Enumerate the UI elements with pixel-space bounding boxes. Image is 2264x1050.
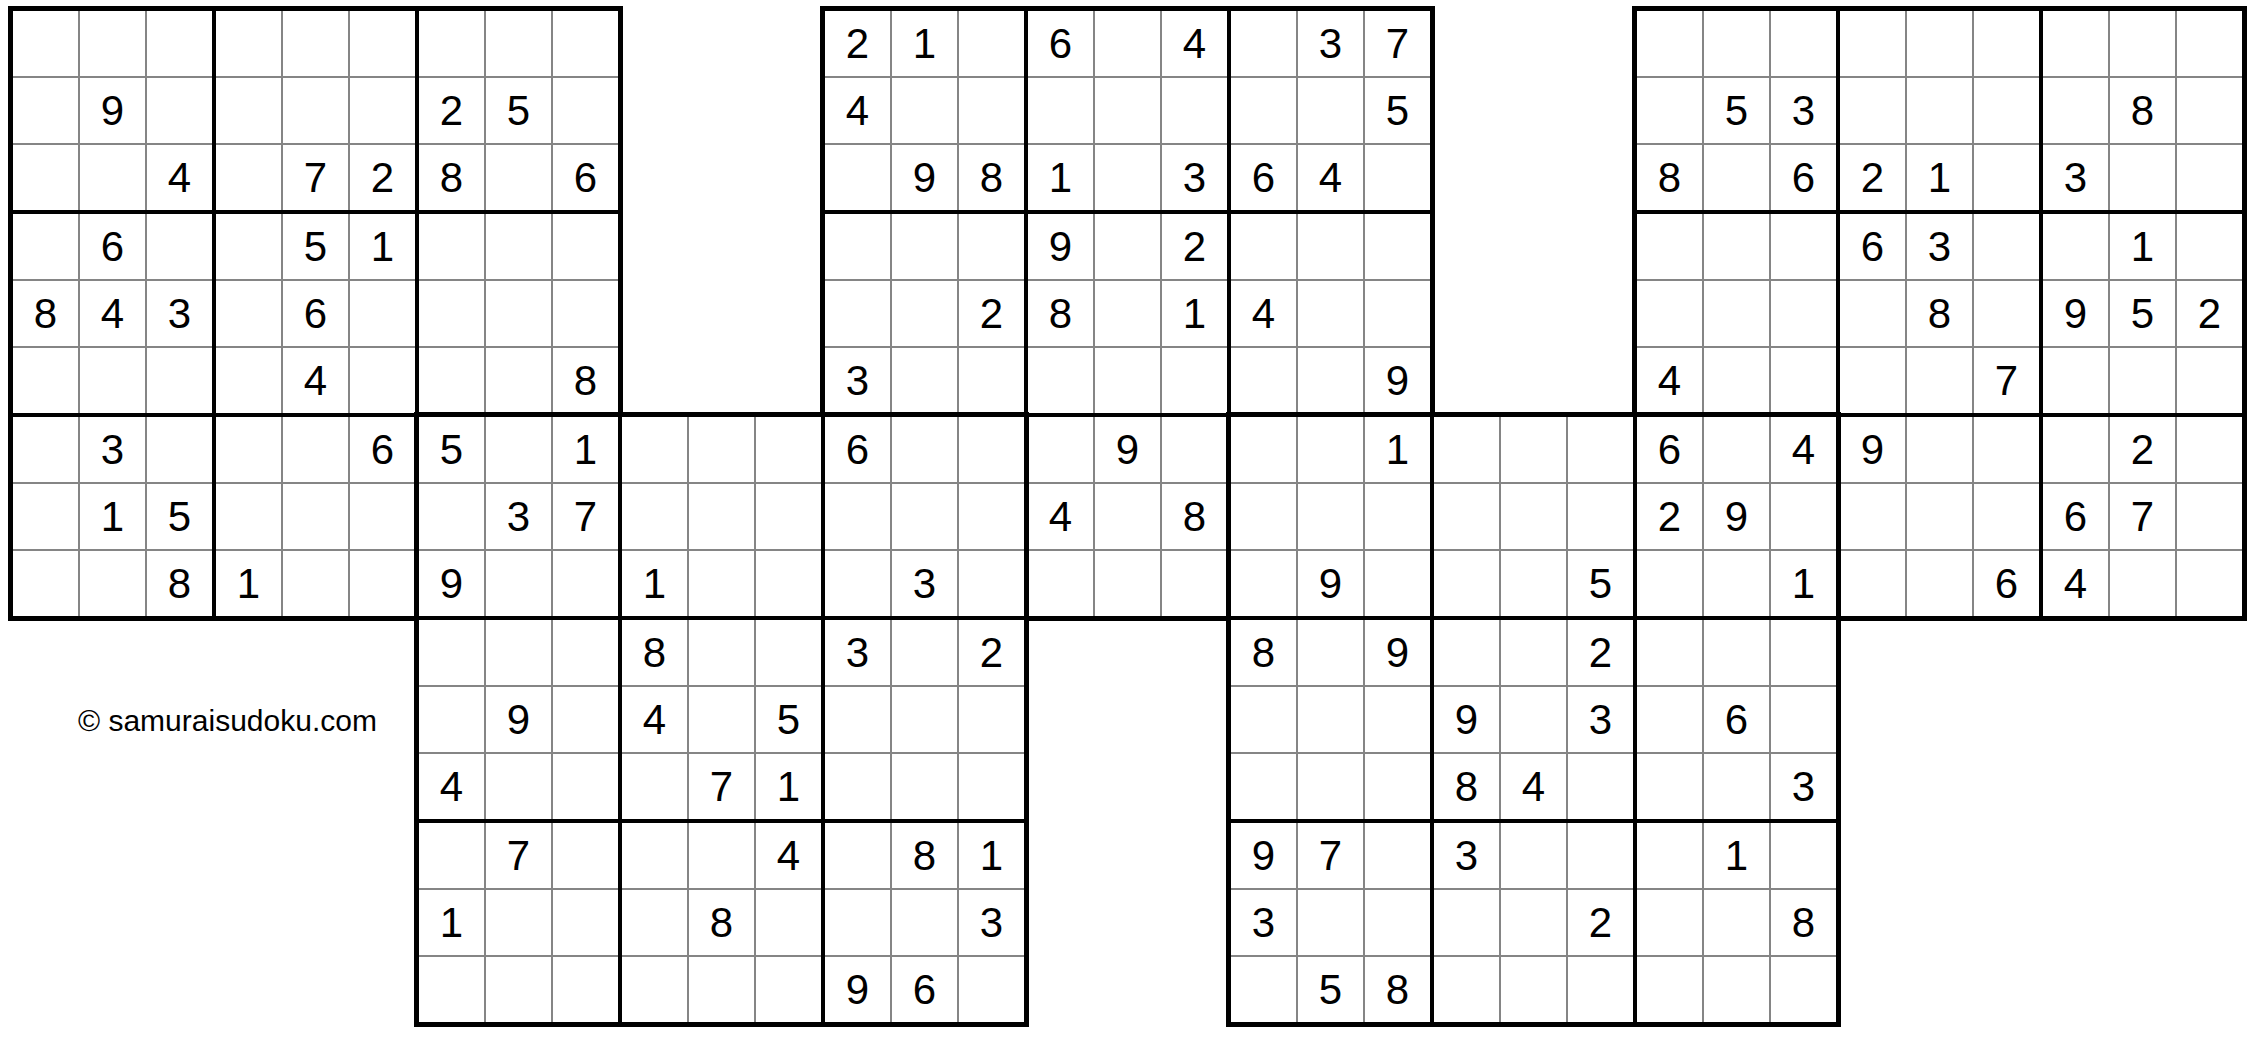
- cell-top-right-r2c9[interactable]: [2177, 78, 2242, 143]
- cell-top-right-r9c9[interactable]: [2177, 551, 2242, 616]
- cell-top-left-r1c2[interactable]: [80, 11, 145, 76]
- cell-bottom-right-r4c8[interactable]: [1704, 620, 1769, 685]
- cell-top-left-r5c7[interactable]: [419, 281, 484, 346]
- cell-top-middle-r2c2[interactable]: [892, 78, 957, 143]
- cell-bottom-left-r1c9[interactable]: [959, 417, 1024, 482]
- cell-bottom-right-r3c8[interactable]: [1704, 551, 1769, 616]
- cell-bottom-left-r6c9[interactable]: [959, 754, 1024, 819]
- cell-top-middle-r4c3[interactable]: [959, 214, 1024, 279]
- cell-bottom-left-r4c5[interactable]: [689, 620, 754, 685]
- cell-bottom-left-r5c2: 9: [486, 687, 551, 752]
- cell-bottom-right-r6c6[interactable]: [1568, 754, 1633, 819]
- cell-top-right-r6c5[interactable]: [1907, 348, 1972, 413]
- cell-bottom-right-r3c3[interactable]: [1365, 551, 1430, 616]
- cell-bottom-right-r9c2: 5: [1298, 957, 1363, 1022]
- cell-bottom-right-r9c7[interactable]: [1637, 957, 1702, 1022]
- cell-bottom-left-r9c5[interactable]: [689, 957, 754, 1022]
- cell-top-right-r3c3: 6: [1771, 145, 1836, 210]
- cell-top-left-r9c6[interactable]: [350, 551, 415, 616]
- cell-top-right-r3c6[interactable]: [1974, 145, 2039, 210]
- cell-bottom-left-r7c6: 4: [756, 823, 821, 888]
- cell-top-left-r2c3[interactable]: [147, 78, 212, 143]
- cell-top-right-r6c4[interactable]: [1840, 348, 1905, 413]
- cell-top-left-r4c4[interactable]: [216, 214, 281, 279]
- cell-top-middle-r9c6[interactable]: [1162, 551, 1227, 616]
- cell-bottom-left-r5c9[interactable]: [959, 687, 1024, 752]
- cell-bottom-left-r8c6[interactable]: [756, 890, 821, 955]
- cell-top-middle-r9c5[interactable]: [1095, 551, 1160, 616]
- cell-top-middle-r6c8[interactable]: [1298, 348, 1363, 413]
- cell-bottom-left-r9c6[interactable]: [756, 957, 821, 1022]
- cell-top-middle-r6c3[interactable]: [959, 348, 1024, 413]
- cell-top-right-r9c5[interactable]: [1907, 551, 1972, 616]
- cell-top-middle-r5c1[interactable]: [825, 281, 890, 346]
- cell-top-right-r5c3[interactable]: [1771, 281, 1836, 346]
- cell-bottom-left-r8c4[interactable]: [622, 890, 687, 955]
- cell-top-left-r1c4[interactable]: [216, 11, 281, 76]
- cell-top-middle-r4c7[interactable]: [1231, 214, 1296, 279]
- cell-top-right-r5c6[interactable]: [1974, 281, 2039, 346]
- cell-top-right-r9c7: 4: [2043, 551, 2108, 616]
- box-bottom-right-b5: 29384: [1434, 620, 1633, 819]
- cell-bottom-left-r5c1[interactable]: [419, 687, 484, 752]
- cell-top-right-r6c7[interactable]: [2043, 348, 2108, 413]
- cell-top-left-r9c1[interactable]: [13, 551, 78, 616]
- cell-top-right-r4c9[interactable]: [2177, 214, 2242, 279]
- box-bottom-right-b4: 89: [1231, 620, 1430, 819]
- cell-bottom-right-r4c1: 8: [1231, 620, 1296, 685]
- cell-bottom-right-r9c5[interactable]: [1501, 957, 1566, 1022]
- cell-top-right-r1c3[interactable]: [1771, 11, 1836, 76]
- cell-bottom-right-r9c8[interactable]: [1704, 957, 1769, 1022]
- cell-top-right-r7c9[interactable]: [2177, 417, 2242, 482]
- cell-bottom-right-r8c5[interactable]: [1501, 890, 1566, 955]
- cell-top-left-r6c5: 4: [283, 348, 348, 413]
- cell-bottom-right-r7c7[interactable]: [1637, 823, 1702, 888]
- box-top-middle-b8: 948: [1028, 417, 1227, 616]
- cell-top-right-r8c9[interactable]: [2177, 484, 2242, 549]
- cell-top-left-r6c8[interactable]: [486, 348, 551, 413]
- cell-top-left-r4c9[interactable]: [553, 214, 618, 279]
- cell-bottom-right-r2c6[interactable]: [1568, 484, 1633, 549]
- cell-bottom-right-r2c2[interactable]: [1298, 484, 1363, 549]
- cell-top-left-r1c5[interactable]: [283, 11, 348, 76]
- cell-bottom-left-r6c8[interactable]: [892, 754, 957, 819]
- cell-bottom-right-r5c7[interactable]: [1637, 687, 1702, 752]
- cell-top-right-r2c6[interactable]: [1974, 78, 2039, 143]
- cell-bottom-right-r1c5[interactable]: [1501, 417, 1566, 482]
- cell-top-right-r1c1[interactable]: [1637, 11, 1702, 76]
- cell-top-middle-r2c8[interactable]: [1298, 78, 1363, 143]
- cell-bottom-right-r4c7[interactable]: [1637, 620, 1702, 685]
- cell-top-left-r6c2[interactable]: [80, 348, 145, 413]
- cell-top-left-r7c5[interactable]: [283, 417, 348, 482]
- cell-top-left-r5c4[interactable]: [216, 281, 281, 346]
- cell-top-middle-r2c4[interactable]: [1028, 78, 1093, 143]
- cell-bottom-right-r7c5[interactable]: [1501, 823, 1566, 888]
- cell-bottom-left-r1c3: 1: [553, 417, 618, 482]
- cell-top-middle-r3c9[interactable]: [1365, 145, 1430, 210]
- cell-bottom-right-r6c4: 8: [1434, 754, 1499, 819]
- cell-top-middle-r6c2[interactable]: [892, 348, 957, 413]
- cell-bottom-right-r8c8[interactable]: [1704, 890, 1769, 955]
- cell-top-left-r6c3[interactable]: [147, 348, 212, 413]
- cell-bottom-right-r7c6[interactable]: [1568, 823, 1633, 888]
- cell-top-left-r5c5: 6: [283, 281, 348, 346]
- cell-bottom-right-r8c2[interactable]: [1298, 890, 1363, 955]
- cell-bottom-left-r8c3[interactable]: [553, 890, 618, 955]
- cell-bottom-left-r2c4[interactable]: [622, 484, 687, 549]
- cell-top-left-r5c8[interactable]: [486, 281, 551, 346]
- cell-top-middle-r1c3[interactable]: [959, 11, 1024, 76]
- cell-bottom-right-r3c4[interactable]: [1434, 551, 1499, 616]
- cell-top-right-r2c5[interactable]: [1907, 78, 1972, 143]
- cell-top-right-r6c8[interactable]: [2110, 348, 2175, 413]
- cell-top-left-r3c1[interactable]: [13, 145, 78, 210]
- cell-bottom-left-r1c4[interactable]: [622, 417, 687, 482]
- cell-top-left-r9c2[interactable]: [80, 551, 145, 616]
- cell-bottom-left-r4c6[interactable]: [756, 620, 821, 685]
- cell-top-middle-r3c1[interactable]: [825, 145, 890, 210]
- cell-top-right-r1c4[interactable]: [1840, 11, 1905, 76]
- cell-bottom-right-r2c5[interactable]: [1501, 484, 1566, 549]
- cell-top-right-r6c9[interactable]: [2177, 348, 2242, 413]
- cell-bottom-right-r1c2[interactable]: [1298, 417, 1363, 482]
- cell-top-left-r4c3[interactable]: [147, 214, 212, 279]
- cell-bottom-left-r7c1[interactable]: [419, 823, 484, 888]
- cell-top-right-r9c4[interactable]: [1840, 551, 1905, 616]
- cell-top-middle-r3c7: 6: [1231, 145, 1296, 210]
- cell-bottom-left-r6c7[interactable]: [825, 754, 890, 819]
- cell-top-middle-r9c4[interactable]: [1028, 551, 1093, 616]
- cell-bottom-left-r2c8[interactable]: [892, 484, 957, 549]
- cell-top-right-r6c2[interactable]: [1704, 348, 1769, 413]
- cell-bottom-right-r4c9[interactable]: [1771, 620, 1836, 685]
- cell-bottom-left-r7c3[interactable]: [553, 823, 618, 888]
- cell-bottom-right-r8c4[interactable]: [1434, 890, 1499, 955]
- grid-bottom-left: 51379163948457132714881396: [414, 412, 1029, 1027]
- cell-top-middle-r4c2[interactable]: [892, 214, 957, 279]
- cell-top-right-r5c5: 8: [1907, 281, 1972, 346]
- cell-top-right-r3c9[interactable]: [2177, 145, 2242, 210]
- cell-bottom-right-r3c5[interactable]: [1501, 551, 1566, 616]
- cell-top-right-r3c8[interactable]: [2110, 145, 2175, 210]
- cell-top-right-r1c9[interactable]: [2177, 11, 2242, 76]
- cell-bottom-right-r6c9: 3: [1771, 754, 1836, 819]
- cell-top-left-r4c7[interactable]: [419, 214, 484, 279]
- cell-top-middle-r6c9: 9: [1365, 348, 1430, 413]
- cell-top-middle-r5c2[interactable]: [892, 281, 957, 346]
- cell-bottom-left-r6c6: 1: [756, 754, 821, 819]
- cell-bottom-left-r2c1[interactable]: [419, 484, 484, 549]
- cell-top-right-r2c4[interactable]: [1840, 78, 1905, 143]
- cell-top-left-r7c3[interactable]: [147, 417, 212, 482]
- cell-top-right-r2c8: 8: [2110, 78, 2175, 143]
- cell-top-left-r8c1[interactable]: [13, 484, 78, 549]
- cell-bottom-right-r6c5: 4: [1501, 754, 1566, 819]
- cell-top-left-r2c5[interactable]: [283, 78, 348, 143]
- cell-top-left-r1c8[interactable]: [486, 11, 551, 76]
- cell-bottom-right-r8c3[interactable]: [1365, 890, 1430, 955]
- cell-top-left-r8c5[interactable]: [283, 484, 348, 549]
- box-bottom-left-b9: 81396: [825, 823, 1024, 1022]
- cell-top-middle-r2c5[interactable]: [1095, 78, 1160, 143]
- cell-top-right-r1c7[interactable]: [2043, 11, 2108, 76]
- cell-bottom-right-r1c1[interactable]: [1231, 417, 1296, 482]
- cell-bottom-right-r5c8: 6: [1704, 687, 1769, 752]
- cell-top-left-r2c8: 5: [486, 78, 551, 143]
- cell-top-left-r6c4[interactable]: [216, 348, 281, 413]
- cell-top-right-r4c6[interactable]: [1974, 214, 2039, 279]
- cell-top-right-r4c2[interactable]: [1704, 214, 1769, 279]
- cell-bottom-right-r1c6[interactable]: [1568, 417, 1633, 482]
- cell-top-left-r3c8[interactable]: [486, 145, 551, 210]
- cell-bottom-right-r4c4[interactable]: [1434, 620, 1499, 685]
- cell-bottom-right-r2c4[interactable]: [1434, 484, 1499, 549]
- cell-top-right-r7c6[interactable]: [1974, 417, 2039, 482]
- cell-bottom-right-r3c7[interactable]: [1637, 551, 1702, 616]
- cell-top-left-r5c9[interactable]: [553, 281, 618, 346]
- cell-top-middle-r4c1[interactable]: [825, 214, 890, 279]
- cell-top-right-r2c1[interactable]: [1637, 78, 1702, 143]
- cell-top-middle-r1c5[interactable]: [1095, 11, 1160, 76]
- cell-bottom-right-r2c3[interactable]: [1365, 484, 1430, 549]
- cell-bottom-left-r8c7[interactable]: [825, 890, 890, 955]
- box-top-right-b3: 83: [2043, 11, 2242, 210]
- cell-bottom-left-r3c7[interactable]: [825, 551, 890, 616]
- cell-top-left-r2c1[interactable]: [13, 78, 78, 143]
- cell-top-middle-r7c4[interactable]: [1028, 417, 1093, 482]
- cell-bottom-right-r9c9[interactable]: [1771, 957, 1836, 1022]
- cell-bottom-left-r3c6[interactable]: [756, 551, 821, 616]
- cell-bottom-right-r8c7[interactable]: [1637, 890, 1702, 955]
- box-bottom-right-b6: 63: [1637, 620, 1836, 819]
- cell-top-right-r4c3[interactable]: [1771, 214, 1836, 279]
- cell-top-middle-r5c8[interactable]: [1298, 281, 1363, 346]
- cell-top-right-r4c1[interactable]: [1637, 214, 1702, 279]
- cell-top-middle-r2c7[interactable]: [1231, 78, 1296, 143]
- cell-bottom-left-r9c4[interactable]: [622, 957, 687, 1022]
- cell-top-left-r8c3: 5: [147, 484, 212, 549]
- cell-top-right-r9c8[interactable]: [2110, 551, 2175, 616]
- cell-bottom-right-r3c1[interactable]: [1231, 551, 1296, 616]
- cell-top-left-r7c1[interactable]: [13, 417, 78, 482]
- cell-top-middle-r4c9[interactable]: [1365, 214, 1430, 279]
- cell-bottom-left-r7c7[interactable]: [825, 823, 890, 888]
- cell-bottom-left-r3c5[interactable]: [689, 551, 754, 616]
- cell-bottom-right-r5c5[interactable]: [1501, 687, 1566, 752]
- cell-top-middle-r3c5[interactable]: [1095, 145, 1160, 210]
- cell-bottom-left-r3c9[interactable]: [959, 551, 1024, 616]
- cell-bottom-left-r5c5[interactable]: [689, 687, 754, 752]
- cell-top-middle-r3c8: 4: [1298, 145, 1363, 210]
- cell-bottom-left-r1c1: 5: [419, 417, 484, 482]
- cell-top-right-r8c4[interactable]: [1840, 484, 1905, 549]
- cell-bottom-left-r6c4[interactable]: [622, 754, 687, 819]
- cell-bottom-right-r2c1[interactable]: [1231, 484, 1296, 549]
- cell-top-middle-r1c1: 2: [825, 11, 890, 76]
- cell-top-middle-r2c3[interactable]: [959, 78, 1024, 143]
- cell-bottom-right-r5c1[interactable]: [1231, 687, 1296, 752]
- cell-bottom-right-r9c1[interactable]: [1231, 957, 1296, 1022]
- cell-bottom-right-r9c3: 8: [1365, 957, 1430, 1022]
- cell-top-left-r2c6[interactable]: [350, 78, 415, 143]
- cell-top-left-r3c2[interactable]: [80, 145, 145, 210]
- cell-bottom-right-r6c2[interactable]: [1298, 754, 1363, 819]
- box-bottom-left-b6: 32: [825, 620, 1024, 819]
- cell-bottom-right-r1c9: 4: [1771, 417, 1836, 482]
- cell-top-right-r5c1[interactable]: [1637, 281, 1702, 346]
- cell-bottom-right-r4c5[interactable]: [1501, 620, 1566, 685]
- box-top-left-b1: 94: [13, 11, 212, 210]
- cell-top-right-r8c6[interactable]: [1974, 484, 2039, 549]
- cell-top-right-r3c2[interactable]: [1704, 145, 1769, 210]
- cell-bottom-right-r6c7[interactable]: [1637, 754, 1702, 819]
- cell-bottom-left-r8c8[interactable]: [892, 890, 957, 955]
- cell-top-left-r9c5[interactable]: [283, 551, 348, 616]
- cell-top-middle-r2c6[interactable]: [1162, 78, 1227, 143]
- cell-top-middle-r8c5[interactable]: [1095, 484, 1160, 549]
- cell-top-right-r1c6[interactable]: [1974, 11, 2039, 76]
- cell-top-middle-r4c5[interactable]: [1095, 214, 1160, 279]
- cell-top-left-r1c9[interactable]: [553, 11, 618, 76]
- cell-top-left-r6c1[interactable]: [13, 348, 78, 413]
- cell-top-right-r6c3[interactable]: [1771, 348, 1836, 413]
- cell-bottom-right-r5c9[interactable]: [1771, 687, 1836, 752]
- cell-top-right-r7c5[interactable]: [1907, 417, 1972, 482]
- cell-top-middle-r1c2: 1: [892, 11, 957, 76]
- cell-bottom-left-r7c9: 1: [959, 823, 1024, 888]
- cell-bottom-right-r7c3[interactable]: [1365, 823, 1430, 888]
- cell-top-middle-r6c4[interactable]: [1028, 348, 1093, 413]
- cell-top-right-r4c5: 3: [1907, 214, 1972, 279]
- cell-bottom-right-r6c3[interactable]: [1365, 754, 1430, 819]
- cell-bottom-right-r6c1[interactable]: [1231, 754, 1296, 819]
- cell-bottom-left-r2c7[interactable]: [825, 484, 890, 549]
- cell-top-left-r2c4[interactable]: [216, 78, 281, 143]
- cell-top-left-r5c1: 8: [13, 281, 78, 346]
- cell-bottom-left-r4c9: 2: [959, 620, 1024, 685]
- box-top-left-b4: 6843: [13, 214, 212, 413]
- cell-top-left-r3c4[interactable]: [216, 145, 281, 210]
- cell-bottom-right-r5c3[interactable]: [1365, 687, 1430, 752]
- cell-top-left-r4c8[interactable]: [486, 214, 551, 279]
- cell-top-right-r5c4[interactable]: [1840, 281, 1905, 346]
- cell-bottom-left-r1c6[interactable]: [756, 417, 821, 482]
- cell-top-middle-r7c6[interactable]: [1162, 417, 1227, 482]
- cell-bottom-left-r4c1[interactable]: [419, 620, 484, 685]
- cell-top-left-r8c4[interactable]: [216, 484, 281, 549]
- cell-bottom-right-r7c9[interactable]: [1771, 823, 1836, 888]
- cell-top-right-r5c2[interactable]: [1704, 281, 1769, 346]
- cell-bottom-left-r7c4[interactable]: [622, 823, 687, 888]
- cell-bottom-right-r1c8[interactable]: [1704, 417, 1769, 482]
- cell-bottom-left-r5c8[interactable]: [892, 687, 957, 752]
- cell-top-middle-r1c7[interactable]: [1231, 11, 1296, 76]
- cell-top-right-r1c5[interactable]: [1907, 11, 1972, 76]
- box-top-middle-b4: 23: [825, 214, 1024, 413]
- cell-bottom-left-r4c8[interactable]: [892, 620, 957, 685]
- cell-top-right-r6c1: 4: [1637, 348, 1702, 413]
- cell-top-left-r6c6[interactable]: [350, 348, 415, 413]
- cell-top-middle-r5c5[interactable]: [1095, 281, 1160, 346]
- cell-top-left-r8c2: 1: [80, 484, 145, 549]
- cell-bottom-right-r5c6: 3: [1568, 687, 1633, 752]
- cell-bottom-left-r9c2[interactable]: [486, 957, 551, 1022]
- cell-bottom-left-r8c2[interactable]: [486, 890, 551, 955]
- cell-top-left-r8c6[interactable]: [350, 484, 415, 549]
- cell-bottom-left-r2c6[interactable]: [756, 484, 821, 549]
- cell-top-middle-r6c7[interactable]: [1231, 348, 1296, 413]
- cell-top-right-r1c2[interactable]: [1704, 11, 1769, 76]
- cell-top-right-r3c4: 2: [1840, 145, 1905, 210]
- cell-bottom-left-r1c2[interactable]: [486, 417, 551, 482]
- cell-bottom-left-r4c2[interactable]: [486, 620, 551, 685]
- cell-bottom-left-r7c5[interactable]: [689, 823, 754, 888]
- cell-bottom-right-r4c2[interactable]: [1298, 620, 1363, 685]
- cell-top-left-r1c3[interactable]: [147, 11, 212, 76]
- cell-bottom-left-r9c1[interactable]: [419, 957, 484, 1022]
- cell-bottom-left-r8c1: 1: [419, 890, 484, 955]
- cell-top-left-r1c7[interactable]: [419, 11, 484, 76]
- cell-top-left-r6c7[interactable]: [419, 348, 484, 413]
- cell-top-left-r1c1[interactable]: [13, 11, 78, 76]
- cell-top-left-r4c2: 6: [80, 214, 145, 279]
- cell-top-right-r7c7[interactable]: [2043, 417, 2108, 482]
- cell-bottom-left-r2c9[interactable]: [959, 484, 1024, 549]
- cell-bottom-right-r9c6[interactable]: [1568, 957, 1633, 1022]
- cell-bottom-left-r9c9[interactable]: [959, 957, 1024, 1022]
- cell-bottom-left-r5c3[interactable]: [553, 687, 618, 752]
- cell-top-middle-r6c5[interactable]: [1095, 348, 1160, 413]
- cell-bottom-right-r6c8[interactable]: [1704, 754, 1769, 819]
- cell-top-left-r4c1[interactable]: [13, 214, 78, 279]
- cell-bottom-right-r7c4: 3: [1434, 823, 1499, 888]
- cell-bottom-left-r4c3[interactable]: [553, 620, 618, 685]
- cell-bottom-right-r2c9[interactable]: [1771, 484, 1836, 549]
- cell-bottom-right-r9c4[interactable]: [1434, 957, 1499, 1022]
- box-top-left-b6: 8: [419, 214, 618, 413]
- cell-top-left-r9c4: 1: [216, 551, 281, 616]
- cell-bottom-left-r1c5[interactable]: [689, 417, 754, 482]
- cell-top-right-r8c7: 6: [2043, 484, 2108, 549]
- cell-top-left-r1c6[interactable]: [350, 11, 415, 76]
- cell-bottom-right-r1c4[interactable]: [1434, 417, 1499, 482]
- cell-top-right-r2c7[interactable]: [2043, 78, 2108, 143]
- cell-top-middle-r5c9[interactable]: [1365, 281, 1430, 346]
- cell-bottom-left-r6c2[interactable]: [486, 754, 551, 819]
- cell-bottom-left-r1c8[interactable]: [892, 417, 957, 482]
- cell-bottom-left-r3c2[interactable]: [486, 551, 551, 616]
- cell-top-middle-r4c8[interactable]: [1298, 214, 1363, 279]
- cell-top-middle-r6c6[interactable]: [1162, 348, 1227, 413]
- cell-bottom-left-r9c3[interactable]: [553, 957, 618, 1022]
- box-top-left-b8: 61: [216, 417, 415, 616]
- cell-bottom-right-r5c2[interactable]: [1298, 687, 1363, 752]
- cell-top-right-r1c8[interactable]: [2110, 11, 2175, 76]
- cell-top-left-r7c4[interactable]: [216, 417, 281, 482]
- cell-bottom-left-r5c7[interactable]: [825, 687, 890, 752]
- cell-top-right-r4c7[interactable]: [2043, 214, 2108, 279]
- cell-top-left-r2c9[interactable]: [553, 78, 618, 143]
- cell-bottom-left-r3c3[interactable]: [553, 551, 618, 616]
- cell-top-left-r5c6[interactable]: [350, 281, 415, 346]
- box-top-middle-b3: 37564: [1231, 11, 1430, 210]
- cell-top-right-r8c5[interactable]: [1907, 484, 1972, 549]
- cell-bottom-left-r6c3[interactable]: [553, 754, 618, 819]
- cell-top-middle-r1c4: 6: [1028, 11, 1093, 76]
- cell-bottom-left-r2c5[interactable]: [689, 484, 754, 549]
